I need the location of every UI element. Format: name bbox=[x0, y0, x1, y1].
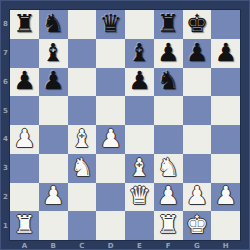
rank-label-2: 2 bbox=[1, 183, 10, 212]
rank-label-4: 4 bbox=[1, 125, 10, 154]
square-e5[interactable] bbox=[125, 96, 154, 125]
white-knight[interactable]: ♞ bbox=[157, 155, 179, 180]
board-grid: ♜♞♛♜♚♝♝♟♟♟♟♟♟♞♟♝♟♞♝♞♟♛♟♟♟♜♜♚ bbox=[10, 10, 240, 240]
white-pawn[interactable]: ♟ bbox=[214, 183, 236, 208]
square-e6[interactable]: ♟ bbox=[125, 68, 154, 97]
square-d2[interactable] bbox=[96, 183, 125, 212]
square-a8[interactable]: ♜ bbox=[10, 10, 39, 39]
black-pawn[interactable]: ♟ bbox=[13, 68, 35, 93]
file-label-f: F bbox=[154, 241, 183, 250]
black-knight[interactable]: ♞ bbox=[42, 11, 64, 36]
square-a4[interactable]: ♟ bbox=[10, 125, 39, 154]
black-pawn[interactable]: ♟ bbox=[214, 40, 236, 65]
black-bishop[interactable]: ♝ bbox=[128, 40, 150, 65]
rank-label-5: 5 bbox=[1, 96, 10, 125]
square-h6[interactable] bbox=[211, 68, 240, 97]
square-a2[interactable] bbox=[10, 183, 39, 212]
black-queen[interactable]: ♛ bbox=[99, 11, 121, 36]
square-c2[interactable] bbox=[68, 183, 97, 212]
file-labels: A B C D E F G H bbox=[10, 241, 240, 250]
white-pawn[interactable]: ♟ bbox=[99, 126, 121, 151]
square-a5[interactable] bbox=[10, 96, 39, 125]
square-a7[interactable] bbox=[10, 39, 39, 68]
file-label-a: A bbox=[10, 241, 39, 250]
square-c6[interactable] bbox=[68, 68, 97, 97]
square-h8[interactable] bbox=[211, 10, 240, 39]
square-b6[interactable]: ♟ bbox=[39, 68, 68, 97]
square-f6[interactable]: ♞ bbox=[154, 68, 183, 97]
square-e4[interactable] bbox=[125, 125, 154, 154]
white-knight[interactable]: ♞ bbox=[71, 155, 93, 180]
square-c4[interactable]: ♝ bbox=[68, 125, 97, 154]
square-g7[interactable]: ♟ bbox=[183, 39, 212, 68]
file-label-h: H bbox=[211, 241, 240, 250]
white-pawn[interactable]: ♟ bbox=[157, 183, 179, 208]
square-h3[interactable] bbox=[211, 154, 240, 183]
square-c1[interactable] bbox=[68, 211, 97, 240]
white-pawn[interactable]: ♟ bbox=[42, 183, 64, 208]
white-king[interactable]: ♚ bbox=[186, 212, 208, 237]
rank-label-6: 6 bbox=[1, 68, 10, 97]
black-bishop[interactable]: ♝ bbox=[42, 40, 64, 65]
square-g5[interactable] bbox=[183, 96, 212, 125]
white-bishop[interactable]: ♝ bbox=[71, 126, 93, 151]
square-d8[interactable]: ♛ bbox=[96, 10, 125, 39]
chess-board-frame: 8 7 6 5 4 3 2 1 ♜♞♛♜♚♝♝♟♟♟♟♟♟♞♟♝♟♞♝♞♟♛♟♟… bbox=[0, 0, 250, 250]
square-e2[interactable]: ♛ bbox=[125, 183, 154, 212]
square-a3[interactable] bbox=[10, 154, 39, 183]
square-b8[interactable]: ♞ bbox=[39, 10, 68, 39]
black-pawn[interactable]: ♟ bbox=[42, 68, 64, 93]
square-f8[interactable]: ♜ bbox=[154, 10, 183, 39]
file-label-b: B bbox=[39, 241, 68, 250]
square-e3[interactable]: ♝ bbox=[125, 154, 154, 183]
square-d7[interactable] bbox=[96, 39, 125, 68]
white-queen[interactable]: ♛ bbox=[128, 183, 150, 208]
square-c8[interactable] bbox=[68, 10, 97, 39]
white-bishop[interactable]: ♝ bbox=[128, 155, 150, 180]
square-g3[interactable] bbox=[183, 154, 212, 183]
square-c7[interactable] bbox=[68, 39, 97, 68]
square-h2[interactable]: ♟ bbox=[211, 183, 240, 212]
file-label-g: G bbox=[183, 241, 212, 250]
black-pawn[interactable]: ♟ bbox=[128, 68, 150, 93]
rank-label-8: 8 bbox=[1, 10, 10, 39]
square-f4[interactable] bbox=[154, 125, 183, 154]
black-knight[interactable]: ♞ bbox=[157, 68, 179, 93]
square-f7[interactable]: ♟ bbox=[154, 39, 183, 68]
rank-label-7: 7 bbox=[1, 39, 10, 68]
black-pawn[interactable]: ♟ bbox=[186, 40, 208, 65]
black-rook[interactable]: ♜ bbox=[157, 11, 179, 36]
square-b7[interactable]: ♝ bbox=[39, 39, 68, 68]
square-f3[interactable]: ♞ bbox=[154, 154, 183, 183]
square-a6[interactable]: ♟ bbox=[10, 68, 39, 97]
file-label-d: D bbox=[96, 241, 125, 250]
rank-label-3: 3 bbox=[1, 154, 10, 183]
square-g8[interactable]: ♚ bbox=[183, 10, 212, 39]
square-b1[interactable] bbox=[39, 211, 68, 240]
square-d3[interactable] bbox=[96, 154, 125, 183]
square-c3[interactable]: ♞ bbox=[68, 154, 97, 183]
square-b2[interactable]: ♟ bbox=[39, 183, 68, 212]
square-h7[interactable]: ♟ bbox=[211, 39, 240, 68]
square-e8[interactable] bbox=[125, 10, 154, 39]
white-rook[interactable]: ♜ bbox=[13, 212, 35, 237]
square-h5[interactable] bbox=[211, 96, 240, 125]
black-pawn[interactable]: ♟ bbox=[157, 40, 179, 65]
square-b5[interactable] bbox=[39, 96, 68, 125]
square-f5[interactable] bbox=[154, 96, 183, 125]
black-king[interactable]: ♚ bbox=[186, 11, 208, 36]
square-h1[interactable] bbox=[211, 211, 240, 240]
square-a1[interactable]: ♜ bbox=[10, 211, 39, 240]
square-b4[interactable] bbox=[39, 125, 68, 154]
white-rook[interactable]: ♜ bbox=[157, 212, 179, 237]
file-label-e: E bbox=[125, 241, 154, 250]
rank-label-1: 1 bbox=[1, 211, 10, 240]
square-e7[interactable]: ♝ bbox=[125, 39, 154, 68]
square-d1[interactable] bbox=[96, 211, 125, 240]
rank-labels: 8 7 6 5 4 3 2 1 bbox=[1, 10, 10, 240]
square-d4[interactable]: ♟ bbox=[96, 125, 125, 154]
file-label-c: C bbox=[68, 241, 97, 250]
square-g2[interactable]: ♟ bbox=[183, 183, 212, 212]
square-h4[interactable] bbox=[211, 125, 240, 154]
square-d5[interactable] bbox=[96, 96, 125, 125]
white-pawn[interactable]: ♟ bbox=[186, 183, 208, 208]
square-g1[interactable]: ♚ bbox=[183, 211, 212, 240]
square-g6[interactable] bbox=[183, 68, 212, 97]
square-b3[interactable] bbox=[39, 154, 68, 183]
black-rook[interactable]: ♜ bbox=[13, 11, 35, 36]
square-d6[interactable] bbox=[96, 68, 125, 97]
square-c5[interactable] bbox=[68, 96, 97, 125]
white-pawn[interactable]: ♟ bbox=[13, 126, 35, 151]
square-f2[interactable]: ♟ bbox=[154, 183, 183, 212]
square-g4[interactable] bbox=[183, 125, 212, 154]
square-f1[interactable]: ♜ bbox=[154, 211, 183, 240]
square-e1[interactable] bbox=[125, 211, 154, 240]
